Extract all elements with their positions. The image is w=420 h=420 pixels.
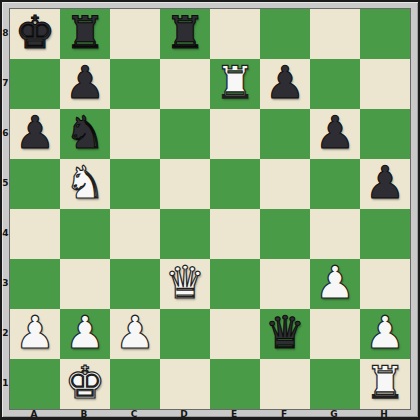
file-label-a: A [9,409,59,418]
black-king-a8: ♚ [15,8,55,58]
white-pawn-h2: ♟ [365,308,405,358]
board: ♚♜♜♟♜♟♟♞♟♞♟♛♟♟♟♟♛♟♚♜ [9,8,411,410]
white-queen-d3: ♛ [165,258,205,308]
white-rook-h1: ♜ [365,358,405,408]
square-a4[interactable] [10,209,60,259]
file-label-h: H [359,409,409,418]
file-labels: ABCDEFGH [9,409,409,418]
square-f7[interactable]: ♟ [260,59,310,109]
square-e7[interactable]: ♜ [210,59,260,109]
square-h7[interactable] [360,59,410,109]
square-g2[interactable] [310,309,360,359]
square-d1[interactable] [160,359,210,409]
square-g8[interactable] [310,9,360,59]
rank-label-1: 1 [2,358,9,408]
rank-label-3: 3 [2,258,9,308]
square-a5[interactable] [10,159,60,209]
rank-label-5: 5 [2,158,9,208]
black-pawn-a6: ♟ [15,108,55,158]
square-d2[interactable] [160,309,210,359]
square-c1[interactable] [110,359,160,409]
square-e8[interactable] [210,9,260,59]
square-f8[interactable] [260,9,310,59]
square-c2[interactable]: ♟ [110,309,160,359]
square-b6[interactable]: ♞ [60,109,110,159]
square-f3[interactable] [260,259,310,309]
square-d6[interactable] [160,109,210,159]
square-e1[interactable] [210,359,260,409]
square-b3[interactable] [60,259,110,309]
file-label-f: F [259,409,309,418]
square-a8[interactable]: ♚ [10,9,60,59]
square-d8[interactable]: ♜ [160,9,210,59]
square-e6[interactable] [210,109,260,159]
square-c7[interactable] [110,59,160,109]
square-a1[interactable] [10,359,60,409]
square-d4[interactable] [160,209,210,259]
square-d7[interactable] [160,59,210,109]
square-b7[interactable]: ♟ [60,59,110,109]
square-c6[interactable] [110,109,160,159]
black-pawn-h5: ♟ [365,158,405,208]
rank-label-4: 4 [2,208,9,258]
square-c5[interactable] [110,159,160,209]
square-h3[interactable] [360,259,410,309]
rank-label-8: 8 [2,8,9,58]
file-label-g: G [309,409,359,418]
square-f5[interactable] [260,159,310,209]
square-h4[interactable] [360,209,410,259]
white-knight-b5: ♞ [65,158,105,208]
square-h2[interactable]: ♟ [360,309,410,359]
rank-labels: 87654321 [2,8,9,408]
white-pawn-c2: ♟ [115,308,155,358]
square-b4[interactable] [60,209,110,259]
square-h6[interactable] [360,109,410,159]
file-label-d: D [159,409,209,418]
square-g4[interactable] [310,209,360,259]
square-c4[interactable] [110,209,160,259]
square-h8[interactable] [360,9,410,59]
square-c8[interactable] [110,9,160,59]
square-a6[interactable]: ♟ [10,109,60,159]
square-h5[interactable]: ♟ [360,159,410,209]
square-a7[interactable] [10,59,60,109]
square-f1[interactable] [260,359,310,409]
file-label-c: C [109,409,159,418]
rank-label-6: 6 [2,108,9,158]
black-rook-b8: ♜ [65,8,105,58]
square-f6[interactable] [260,109,310,159]
white-pawn-g3: ♟ [315,258,355,308]
white-pawn-b2: ♟ [65,308,105,358]
square-b8[interactable]: ♜ [60,9,110,59]
black-queen-f2: ♛ [265,308,305,358]
white-pawn-a2: ♟ [15,308,55,358]
black-rook-d8: ♜ [165,8,205,58]
black-pawn-g6: ♟ [315,108,355,158]
black-knight-b6: ♞ [65,108,105,158]
square-a3[interactable] [10,259,60,309]
file-label-e: E [209,409,259,418]
square-f2[interactable]: ♛ [260,309,310,359]
square-d3[interactable]: ♛ [160,259,210,309]
chess-board-window: 87654321 ♚♜♜♟♜♟♟♞♟♞♟♛♟♟♟♟♛♟♚♜ ABCDEFGH [0,0,420,420]
file-label-b: B [59,409,109,418]
square-f4[interactable] [260,209,310,259]
rank-label-7: 7 [2,58,9,108]
black-pawn-b7: ♟ [65,58,105,108]
square-g5[interactable] [310,159,360,209]
square-e2[interactable] [210,309,260,359]
square-g7[interactable] [310,59,360,109]
square-b5[interactable]: ♞ [60,159,110,209]
rank-label-2: 2 [2,308,9,358]
square-g1[interactable] [310,359,360,409]
square-h1[interactable]: ♜ [360,359,410,409]
square-e5[interactable] [210,159,260,209]
white-rook-e7: ♜ [215,58,255,108]
square-a2[interactable]: ♟ [10,309,60,359]
square-c3[interactable] [110,259,160,309]
square-e3[interactable] [210,259,260,309]
white-king-b1: ♚ [65,358,105,408]
square-d5[interactable] [160,159,210,209]
square-e4[interactable] [210,209,260,259]
square-b2[interactable]: ♟ [60,309,110,359]
square-g6[interactable]: ♟ [310,109,360,159]
square-g3[interactable]: ♟ [310,259,360,309]
square-b1[interactable]: ♚ [60,359,110,409]
black-pawn-f7: ♟ [265,58,305,108]
